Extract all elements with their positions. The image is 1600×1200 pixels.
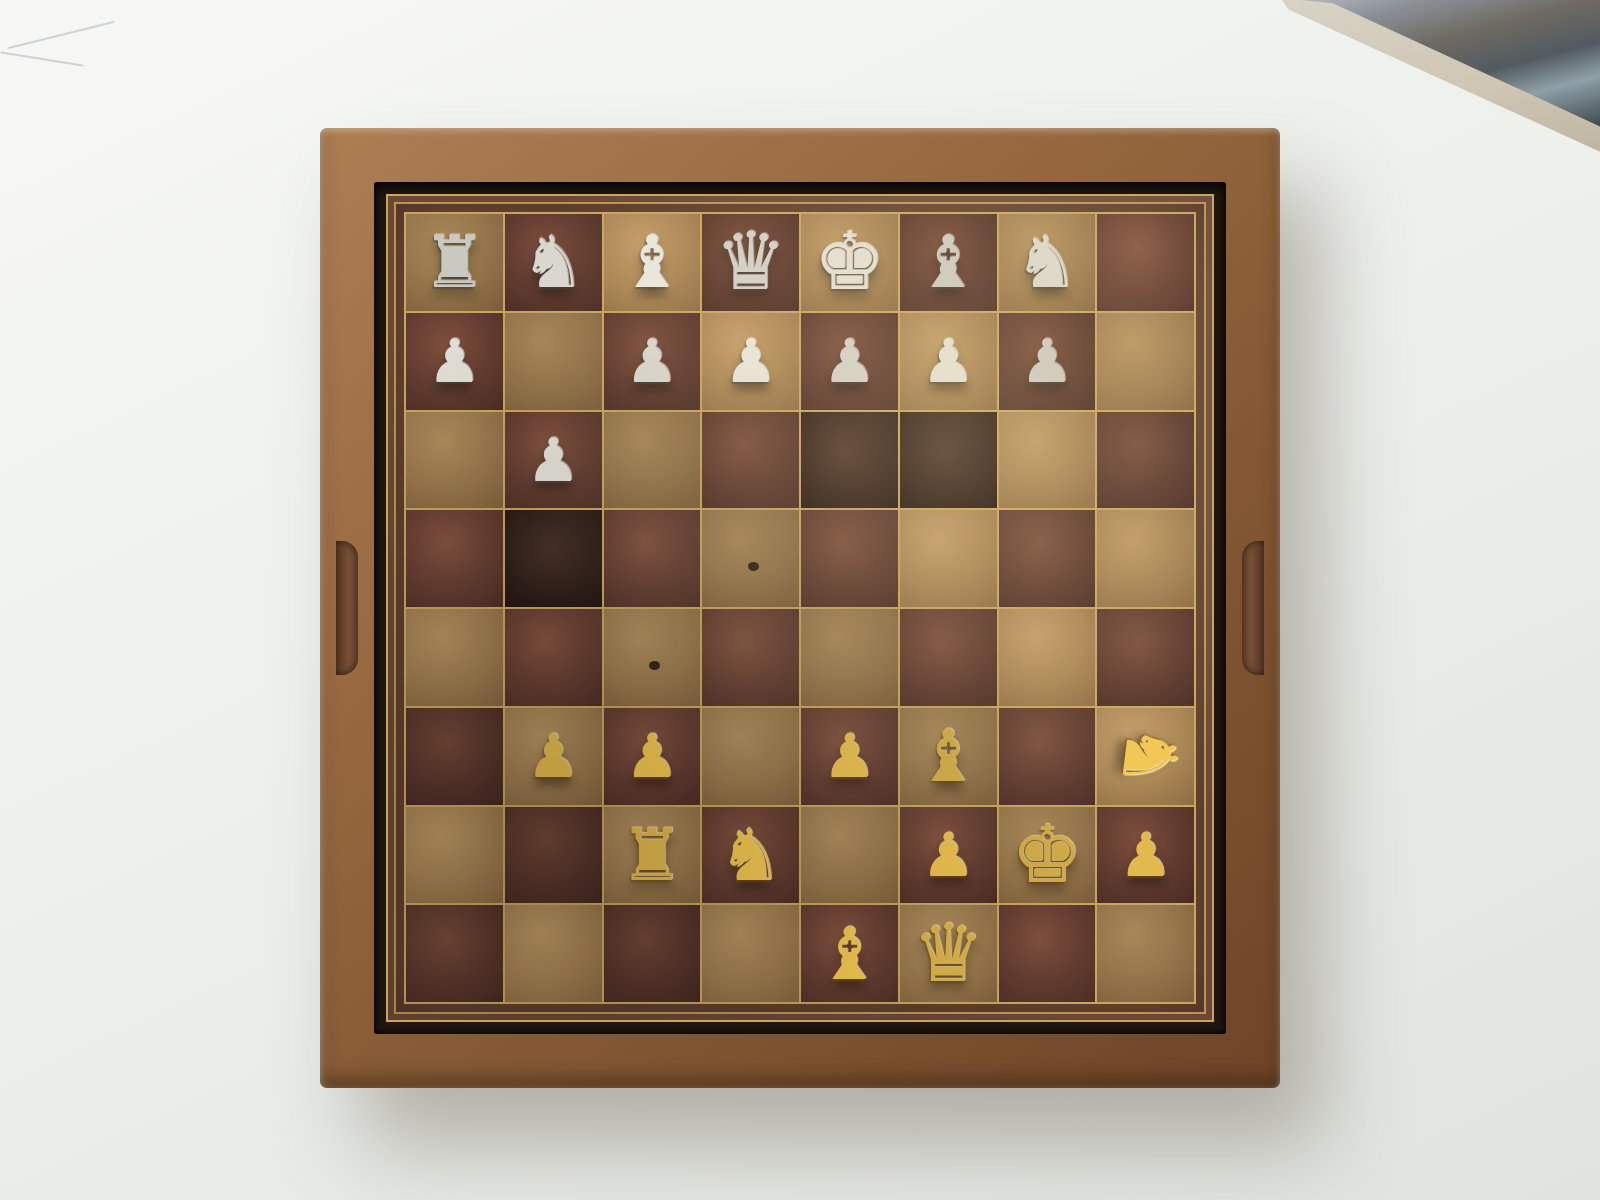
square-d5[interactable] bbox=[702, 510, 799, 607]
square-a1[interactable] bbox=[406, 905, 503, 1002]
square-d6[interactable] bbox=[702, 412, 799, 509]
square-d3[interactable] bbox=[702, 708, 799, 805]
square-b1[interactable] bbox=[505, 905, 602, 1002]
square-c1[interactable] bbox=[604, 905, 701, 1002]
black-knight[interactable]: ♞ bbox=[718, 819, 783, 891]
square-a4[interactable] bbox=[406, 609, 503, 706]
white-rook[interactable]: ♜ bbox=[422, 226, 487, 298]
square-h1[interactable] bbox=[1097, 905, 1194, 1002]
white-pawn[interactable]: ♟ bbox=[625, 331, 679, 391]
square-f4[interactable] bbox=[900, 609, 997, 706]
white-queen[interactable]: ♛ bbox=[715, 222, 787, 302]
square-h3[interactable]: ♞ bbox=[1097, 708, 1194, 805]
square-a3[interactable] bbox=[406, 708, 503, 805]
square-b5[interactable] bbox=[505, 510, 602, 607]
square-d4[interactable] bbox=[702, 609, 799, 706]
black-queen[interactable]: ♛ bbox=[912, 914, 984, 994]
square-a5[interactable] bbox=[406, 510, 503, 607]
square-f2[interactable]: ♟ bbox=[900, 807, 997, 904]
square-b6[interactable]: ♟ bbox=[505, 412, 602, 509]
black-rook[interactable]: ♜ bbox=[620, 819, 685, 891]
square-g2[interactable]: ♚ bbox=[999, 807, 1096, 904]
square-g4[interactable] bbox=[999, 609, 1096, 706]
white-king[interactable]: ♚ bbox=[814, 222, 886, 302]
square-c5[interactable] bbox=[604, 510, 701, 607]
square-d1[interactable] bbox=[702, 905, 799, 1002]
black-pawn[interactable]: ♟ bbox=[1119, 825, 1173, 885]
background-object bbox=[1282, 0, 1600, 158]
square-g5[interactable] bbox=[999, 510, 1096, 607]
square-f3[interactable]: ♝ bbox=[900, 708, 997, 805]
square-d7[interactable]: ♟ bbox=[702, 313, 799, 410]
square-e8[interactable]: ♚ bbox=[801, 214, 898, 311]
white-pawn[interactable]: ♟ bbox=[427, 331, 481, 391]
black-knight[interactable]: ♞ bbox=[1111, 720, 1190, 793]
square-h4[interactable] bbox=[1097, 609, 1194, 706]
white-pawn[interactable]: ♟ bbox=[822, 331, 876, 391]
square-b2[interactable] bbox=[505, 807, 602, 904]
square-h2[interactable]: ♟ bbox=[1097, 807, 1194, 904]
white-knight[interactable]: ♞ bbox=[1015, 226, 1080, 298]
square-b3[interactable]: ♟ bbox=[505, 708, 602, 805]
square-f1[interactable]: ♛ bbox=[900, 905, 997, 1002]
desk-scratch bbox=[0, 51, 83, 66]
white-pawn[interactable]: ♟ bbox=[724, 331, 778, 391]
board-handle-right bbox=[1242, 541, 1264, 675]
square-b8[interactable]: ♞ bbox=[505, 214, 602, 311]
square-a7[interactable]: ♟ bbox=[406, 313, 503, 410]
black-pawn[interactable]: ♟ bbox=[625, 726, 679, 786]
square-h8[interactable] bbox=[1097, 214, 1194, 311]
desk-scratch bbox=[7, 21, 114, 50]
black-pawn[interactable]: ♟ bbox=[822, 726, 876, 786]
square-e2[interactable] bbox=[801, 807, 898, 904]
square-b7[interactable] bbox=[505, 313, 602, 410]
white-bishop[interactable]: ♝ bbox=[916, 226, 981, 298]
square-d2[interactable]: ♞ bbox=[702, 807, 799, 904]
square-e5[interactable] bbox=[801, 510, 898, 607]
white-pawn[interactable]: ♟ bbox=[526, 430, 580, 490]
white-pawn[interactable]: ♟ bbox=[921, 331, 975, 391]
square-c8[interactable]: ♝ bbox=[604, 214, 701, 311]
square-h6[interactable] bbox=[1097, 412, 1194, 509]
square-a8[interactable]: ♜ bbox=[406, 214, 503, 311]
black-pawn[interactable]: ♟ bbox=[526, 726, 580, 786]
square-g6[interactable] bbox=[999, 412, 1096, 509]
square-g8[interactable]: ♞ bbox=[999, 214, 1096, 311]
black-bishop[interactable]: ♝ bbox=[817, 918, 882, 990]
square-c3[interactable]: ♟ bbox=[604, 708, 701, 805]
square-e3[interactable]: ♟ bbox=[801, 708, 898, 805]
board-surface: ♜♞♝♛♚♝♞♟♟♟♟♟♟♟♟♟♟♝♞♜♞♟♚♟♝♛ bbox=[386, 194, 1214, 1022]
white-pawn[interactable]: ♟ bbox=[1020, 331, 1074, 391]
board-recess: ♜♞♝♛♚♝♞♟♟♟♟♟♟♟♟♟♟♝♞♜♞♟♚♟♝♛ bbox=[374, 182, 1226, 1034]
black-bishop[interactable]: ♝ bbox=[916, 720, 981, 792]
square-g3[interactable] bbox=[999, 708, 1096, 805]
chess-board: ♜♞♝♛♚♝♞♟♟♟♟♟♟♟♟♟♟♝♞♜♞♟♚♟♝♛ bbox=[404, 212, 1196, 1004]
square-a2[interactable] bbox=[406, 807, 503, 904]
square-g7[interactable]: ♟ bbox=[999, 313, 1096, 410]
square-c7[interactable]: ♟ bbox=[604, 313, 701, 410]
black-pawn[interactable]: ♟ bbox=[921, 825, 975, 885]
white-bishop[interactable]: ♝ bbox=[620, 226, 685, 298]
chess-board-box: ♜♞♝♛♚♝♞♟♟♟♟♟♟♟♟♟♟♝♞♜♞♟♚♟♝♛ bbox=[320, 128, 1280, 1088]
square-c2[interactable]: ♜ bbox=[604, 807, 701, 904]
square-a6[interactable] bbox=[406, 412, 503, 509]
square-e7[interactable]: ♟ bbox=[801, 313, 898, 410]
square-f8[interactable]: ♝ bbox=[900, 214, 997, 311]
square-f7[interactable]: ♟ bbox=[900, 313, 997, 410]
square-h5[interactable] bbox=[1097, 510, 1194, 607]
square-e1[interactable]: ♝ bbox=[801, 905, 898, 1002]
square-h7[interactable] bbox=[1097, 313, 1194, 410]
board-handle-left bbox=[336, 541, 358, 675]
square-d8[interactable]: ♛ bbox=[702, 214, 799, 311]
square-c6[interactable] bbox=[604, 412, 701, 509]
square-f5[interactable] bbox=[900, 510, 997, 607]
square-b4[interactable] bbox=[505, 609, 602, 706]
square-g1[interactable] bbox=[999, 905, 1096, 1002]
square-c4[interactable] bbox=[604, 609, 701, 706]
square-e4[interactable] bbox=[801, 609, 898, 706]
square-e6[interactable] bbox=[801, 412, 898, 509]
square-f6[interactable] bbox=[900, 412, 997, 509]
black-king[interactable]: ♚ bbox=[1011, 815, 1083, 895]
white-knight[interactable]: ♞ bbox=[521, 226, 586, 298]
